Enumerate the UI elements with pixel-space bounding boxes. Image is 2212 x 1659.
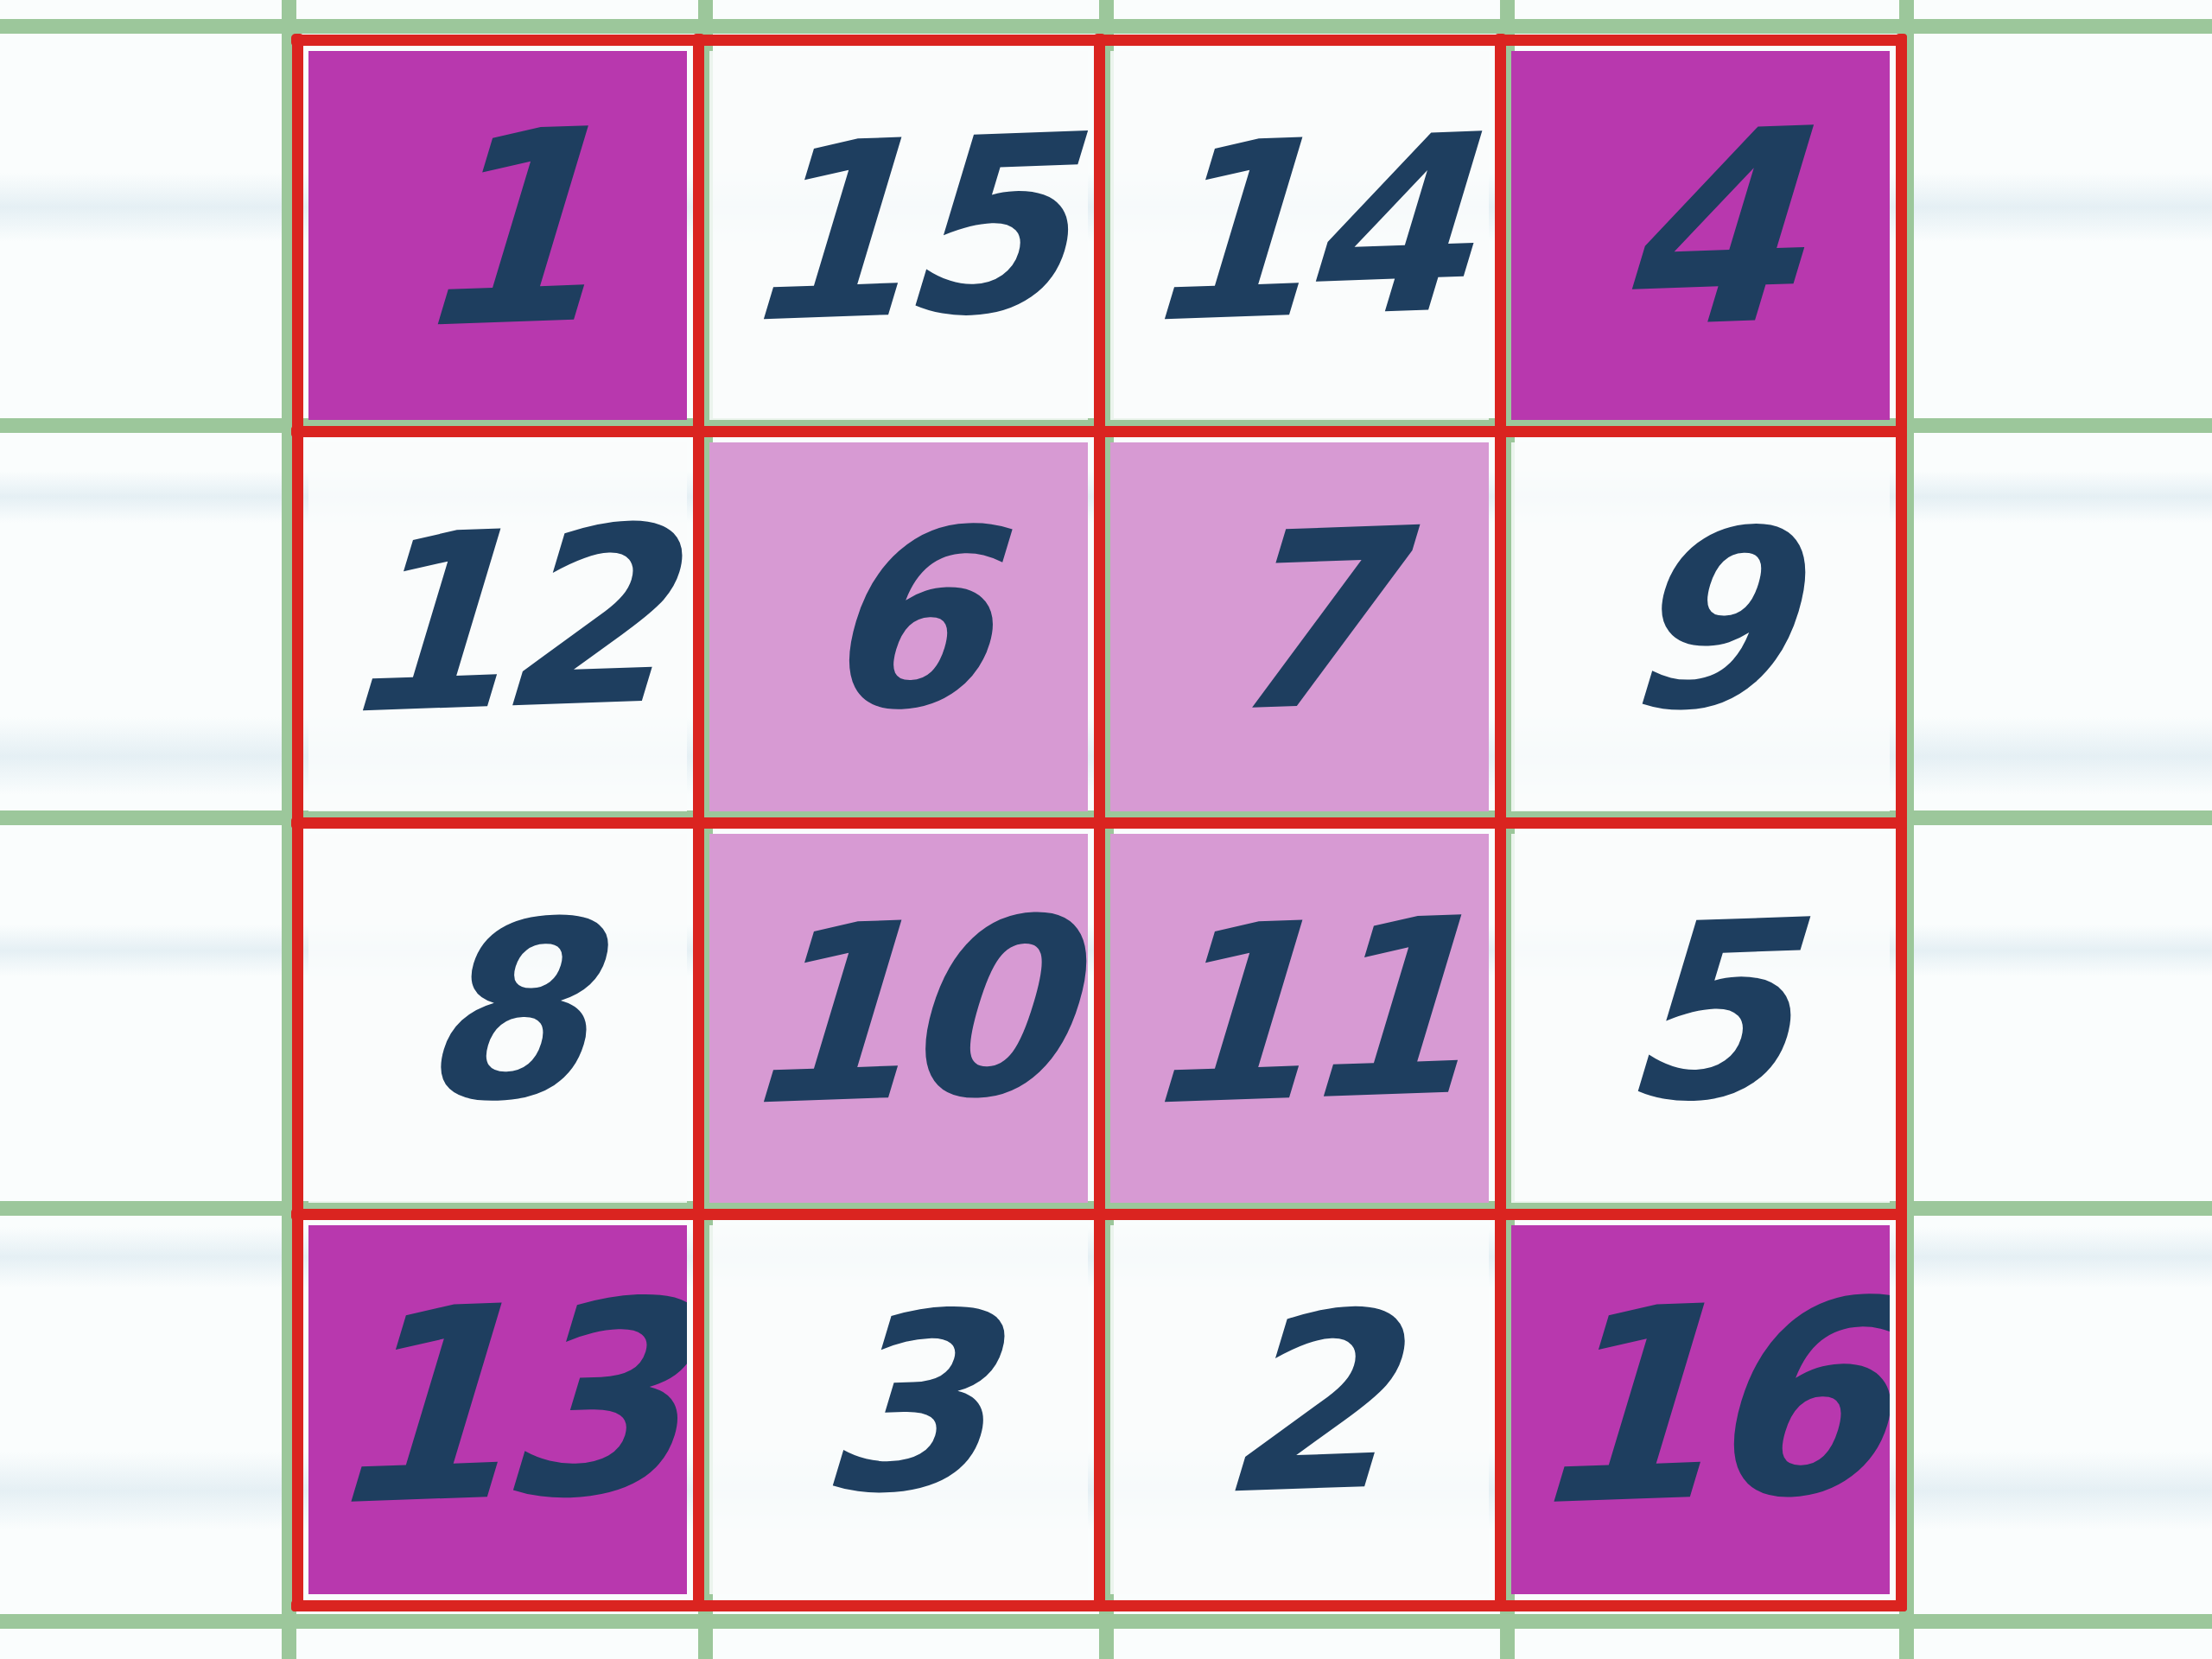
- cell-r4c2: 3: [709, 1225, 1088, 1594]
- cell-value: 1: [404, 94, 592, 366]
- cell-value: 10: [734, 886, 1065, 1141]
- cell-value: 9: [1615, 497, 1787, 746]
- paper-grid-line-vertical: [1899, 0, 1914, 1659]
- cell-value: 16: [1520, 1266, 1881, 1544]
- paper-grid-line-horizontal: [0, 19, 2212, 34]
- cell-value: 14: [1135, 103, 1465, 358]
- cell-r3c4: 5: [1511, 834, 1890, 1203]
- cell-value: 4: [1607, 94, 1795, 366]
- cell-r4c3: 2: [1110, 1225, 1489, 1594]
- cell-r1c3: 14: [1110, 51, 1489, 420]
- cell-value: 5: [1615, 888, 1787, 1137]
- cell-value: 8: [412, 888, 584, 1137]
- cell-value: 11: [1135, 886, 1465, 1141]
- cell-value: 3: [813, 1280, 985, 1529]
- cell-r3c3: 11: [1110, 834, 1489, 1203]
- cell-r1c1: 1: [308, 51, 687, 420]
- paper-grid-line-horizontal: [0, 1614, 2212, 1629]
- cell-value: 7: [1214, 497, 1386, 746]
- cell-r2c2: 6: [709, 442, 1088, 811]
- cell-r4c1: 13: [308, 1225, 687, 1594]
- cell-value: 6: [813, 497, 985, 746]
- cell-value: 2: [1214, 1280, 1386, 1529]
- cell-r4c4: 16: [1511, 1225, 1890, 1594]
- cell-r2c1: 12: [308, 442, 687, 811]
- cell-r3c1: 8: [308, 834, 687, 1203]
- cell-value: 13: [317, 1266, 678, 1544]
- cell-r1c4: 4: [1511, 51, 1890, 420]
- cell-r2c4: 9: [1511, 442, 1890, 811]
- cell-r2c3: 7: [1110, 442, 1489, 811]
- cell-r1c2: 15: [709, 51, 1088, 420]
- paper-grid-line-vertical: [282, 0, 296, 1659]
- cell-r3c2: 10: [709, 834, 1088, 1203]
- cell-value: 12: [333, 494, 664, 749]
- cell-value: 15: [734, 103, 1065, 358]
- magic-square-board: 1 15 14 4 12 6 7 9 8 10 11 5 13 3 2 16: [297, 40, 1901, 1605]
- photo-of-magic-square: 1 15 14 4 12 6 7 9 8 10 11 5 13 3 2 16: [0, 0, 2212, 1659]
